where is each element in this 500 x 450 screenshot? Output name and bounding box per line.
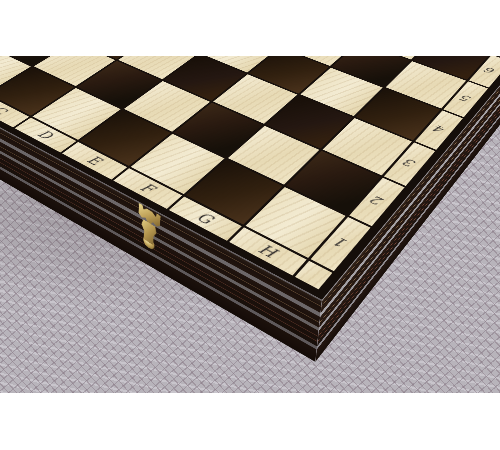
rank-label-text: 5 (458, 93, 473, 104)
file-label-text: E (83, 153, 106, 168)
rank-label-text: 4 (431, 124, 447, 136)
white-margin-top (0, 0, 500, 56)
fabric-background: ABCDEFGH8877665544332211ABCDEFGH (0, 56, 500, 393)
file-label-text: C (0, 104, 11, 117)
product-photo: ABCDEFGH8877665544332211ABCDEFGH (0, 0, 500, 450)
rank-label-text: 2 (368, 194, 387, 209)
rank-label-text: 1 (331, 235, 351, 252)
rank-label-text: 3 (401, 157, 418, 170)
file-label-text: F (136, 180, 159, 196)
chess-box: ABCDEFGH8877665544332211ABCDEFGH (0, 56, 500, 300)
file-label-text: G (193, 209, 217, 227)
file-label-text: D (34, 128, 57, 142)
rank-label-text: 6 (483, 66, 498, 76)
white-margin-bottom (0, 393, 500, 450)
file-label-text: H (254, 241, 280, 261)
